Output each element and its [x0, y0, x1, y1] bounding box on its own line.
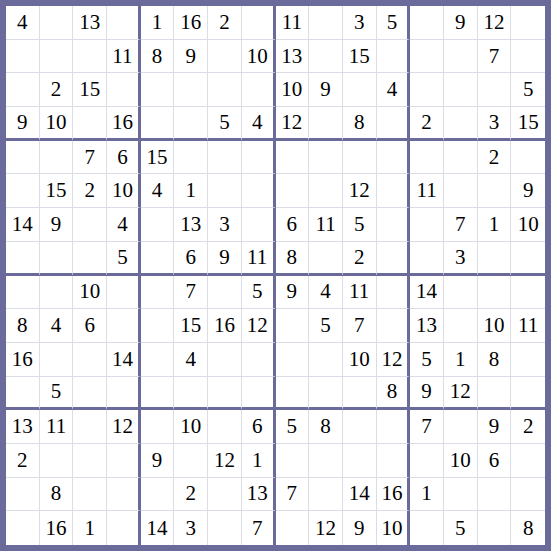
cell-r7c3-empty[interactable]	[73, 208, 107, 242]
cell-r11c16-empty[interactable]	[511, 343, 545, 377]
cell-r6c14-empty[interactable]	[444, 174, 478, 208]
cell-r4c1-given[interactable]: 9	[6, 107, 40, 141]
cell-r8c8-given[interactable]: 11	[242, 242, 276, 276]
cell-r4c12-empty[interactable]	[377, 107, 411, 141]
cell-r12c9-empty[interactable]	[276, 377, 310, 411]
cell-r3c4-empty[interactable]	[107, 73, 141, 107]
cell-r10c10-given[interactable]: 5	[309, 309, 343, 343]
cell-r15c2-given[interactable]: 8	[40, 478, 74, 512]
cell-r14c7-given[interactable]: 12	[208, 444, 242, 478]
cell-r8c4-given[interactable]: 5	[107, 242, 141, 276]
cell-r1c2-empty[interactable]	[40, 6, 74, 40]
cell-r11c14-given[interactable]: 1	[444, 343, 478, 377]
cell-r16c5-given[interactable]: 14	[141, 511, 175, 545]
cell-r13c10-given[interactable]: 8	[309, 410, 343, 444]
cell-r14c2-empty[interactable]	[40, 444, 74, 478]
cell-r11c13-given[interactable]: 5	[410, 343, 444, 377]
cell-r13c11-empty[interactable]	[343, 410, 377, 444]
cell-r9c7-empty[interactable]	[208, 276, 242, 310]
cell-r12c13-given[interactable]: 9	[410, 377, 444, 411]
cell-r15c9-given[interactable]: 7	[276, 478, 310, 512]
cell-r11c12-given[interactable]: 12	[377, 343, 411, 377]
cell-r13c13-given[interactable]: 7	[410, 410, 444, 444]
cell-r1c7-given[interactable]: 2	[208, 6, 242, 40]
cell-r4c15-given[interactable]: 3	[478, 107, 512, 141]
cell-r4c5-empty[interactable]	[141, 107, 175, 141]
cell-r12c14-given[interactable]: 12	[444, 377, 478, 411]
cell-r4c4-given[interactable]: 16	[107, 107, 141, 141]
cell-r13c12-empty[interactable]	[377, 410, 411, 444]
cell-r3c11-empty[interactable]	[343, 73, 377, 107]
cell-r7c12-empty[interactable]	[377, 208, 411, 242]
cell-r10c9-empty[interactable]	[276, 309, 310, 343]
cell-r2c1-empty[interactable]	[6, 40, 40, 74]
cell-r8c9-given[interactable]: 8	[276, 242, 310, 276]
cell-r15c15-empty[interactable]	[478, 478, 512, 512]
cell-r3c6-empty[interactable]	[174, 73, 208, 107]
cell-r3c15-empty[interactable]	[478, 73, 512, 107]
cell-r10c2-given[interactable]: 4	[40, 309, 74, 343]
cell-r8c2-empty[interactable]	[40, 242, 74, 276]
cell-r15c16-empty[interactable]	[511, 478, 545, 512]
cell-r3c5-empty[interactable]	[141, 73, 175, 107]
cell-r13c4-given[interactable]: 12	[107, 410, 141, 444]
cell-r16c14-given[interactable]: 5	[444, 511, 478, 545]
cell-r11c5-empty[interactable]	[141, 343, 175, 377]
cell-r15c12-given[interactable]: 16	[377, 478, 411, 512]
cell-r5c7-empty[interactable]	[208, 141, 242, 175]
cell-r7c13-empty[interactable]	[410, 208, 444, 242]
cell-r13c9-given[interactable]: 5	[276, 410, 310, 444]
cell-r4c16-given[interactable]: 15	[511, 107, 545, 141]
cell-r16c7-empty[interactable]	[208, 511, 242, 545]
cell-r10c6-given[interactable]: 15	[174, 309, 208, 343]
cell-r8c6-given[interactable]: 6	[174, 242, 208, 276]
cell-r1c1-given[interactable]: 4	[6, 6, 40, 40]
cell-r8c15-empty[interactable]	[478, 242, 512, 276]
cell-r10c13-given[interactable]: 13	[410, 309, 444, 343]
cell-r1c4-empty[interactable]	[107, 6, 141, 40]
cell-r16c6-given[interactable]: 3	[174, 511, 208, 545]
cell-r8c10-empty[interactable]	[309, 242, 343, 276]
cell-r7c1-given[interactable]: 14	[6, 208, 40, 242]
cell-r14c14-given[interactable]: 10	[444, 444, 478, 478]
cell-r2c11-given[interactable]: 15	[343, 40, 377, 74]
cell-r6c2-given[interactable]: 15	[40, 174, 74, 208]
cell-r16c1-empty[interactable]	[6, 511, 40, 545]
cell-r16c9-empty[interactable]	[276, 511, 310, 545]
cell-r13c15-given[interactable]: 9	[478, 410, 512, 444]
cell-r11c9-empty[interactable]	[276, 343, 310, 377]
cell-r8c5-empty[interactable]	[141, 242, 175, 276]
cell-r3c12-given[interactable]: 4	[377, 73, 411, 107]
cell-r5c1-empty[interactable]	[6, 141, 40, 175]
cell-r7c8-empty[interactable]	[242, 208, 276, 242]
cell-r5c8-empty[interactable]	[242, 141, 276, 175]
cell-r3c16-given[interactable]: 5	[511, 73, 545, 107]
cell-r2c4-given[interactable]: 11	[107, 40, 141, 74]
cell-r16c10-given[interactable]: 12	[309, 511, 343, 545]
cell-r16c16-given[interactable]: 8	[511, 511, 545, 545]
cell-r11c4-given[interactable]: 14	[107, 343, 141, 377]
cell-r14c6-empty[interactable]	[174, 444, 208, 478]
cell-r10c15-given[interactable]: 10	[478, 309, 512, 343]
cell-r10c7-given[interactable]: 16	[208, 309, 242, 343]
cell-r6c5-given[interactable]: 4	[141, 174, 175, 208]
cell-r4c8-given[interactable]: 4	[242, 107, 276, 141]
cell-r3c14-empty[interactable]	[444, 73, 478, 107]
cell-r2c15-given[interactable]: 7	[478, 40, 512, 74]
cell-r9c2-empty[interactable]	[40, 276, 74, 310]
cell-r12c15-empty[interactable]	[478, 377, 512, 411]
cell-r3c1-empty[interactable]	[6, 73, 40, 107]
cell-r7c7-given[interactable]: 3	[208, 208, 242, 242]
cell-r4c7-given[interactable]: 5	[208, 107, 242, 141]
cell-r2c6-given[interactable]: 9	[174, 40, 208, 74]
cell-r13c16-given[interactable]: 2	[511, 410, 545, 444]
cell-r12c6-empty[interactable]	[174, 377, 208, 411]
cell-r13c2-given[interactable]: 11	[40, 410, 74, 444]
cell-r8c12-empty[interactable]	[377, 242, 411, 276]
cell-r15c11-given[interactable]: 14	[343, 478, 377, 512]
cell-r10c11-given[interactable]: 7	[343, 309, 377, 343]
cell-r10c5-empty[interactable]	[141, 309, 175, 343]
cell-r15c1-empty[interactable]	[6, 478, 40, 512]
cell-r1c16-empty[interactable]	[511, 6, 545, 40]
cell-r11c1-given[interactable]: 16	[6, 343, 40, 377]
cell-r6c11-given[interactable]: 12	[343, 174, 377, 208]
cell-r9c6-given[interactable]: 7	[174, 276, 208, 310]
cell-r16c13-empty[interactable]	[410, 511, 444, 545]
cell-r9c15-empty[interactable]	[478, 276, 512, 310]
cell-r4c11-given[interactable]: 8	[343, 107, 377, 141]
cell-r14c1-given[interactable]: 2	[6, 444, 40, 478]
cell-r9c16-empty[interactable]	[511, 276, 545, 310]
cell-r5c5-given[interactable]: 15	[141, 141, 175, 175]
cell-r9c8-given[interactable]: 5	[242, 276, 276, 310]
cell-r8c7-given[interactable]: 9	[208, 242, 242, 276]
cell-r1c5-given[interactable]: 1	[141, 6, 175, 40]
cell-r11c3-empty[interactable]	[73, 343, 107, 377]
cell-r7c14-given[interactable]: 7	[444, 208, 478, 242]
cell-r12c3-empty[interactable]	[73, 377, 107, 411]
cell-r5c2-empty[interactable]	[40, 141, 74, 175]
cell-r14c10-empty[interactable]	[309, 444, 343, 478]
cell-r2c10-empty[interactable]	[309, 40, 343, 74]
cell-r7c2-given[interactable]: 9	[40, 208, 74, 242]
cell-r6c4-given[interactable]: 10	[107, 174, 141, 208]
cell-r5c6-empty[interactable]	[174, 141, 208, 175]
cell-r6c16-given[interactable]: 9	[511, 174, 545, 208]
cell-r15c3-empty[interactable]	[73, 478, 107, 512]
cell-r5c11-empty[interactable]	[343, 141, 377, 175]
cell-r2c16-empty[interactable]	[511, 40, 545, 74]
cell-r5c4-given[interactable]: 6	[107, 141, 141, 175]
cell-r5c10-empty[interactable]	[309, 141, 343, 175]
cell-r1c8-empty[interactable]	[242, 6, 276, 40]
cell-r3c13-empty[interactable]	[410, 73, 444, 107]
cell-r2c8-given[interactable]: 10	[242, 40, 276, 74]
cell-r14c11-empty[interactable]	[343, 444, 377, 478]
cell-r2c7-empty[interactable]	[208, 40, 242, 74]
cell-r9c14-empty[interactable]	[444, 276, 478, 310]
cell-r3c2-given[interactable]: 2	[40, 73, 74, 107]
cell-r9c11-given[interactable]: 11	[343, 276, 377, 310]
cell-r2c2-empty[interactable]	[40, 40, 74, 74]
cell-r4c3-empty[interactable]	[73, 107, 107, 141]
cell-r13c14-empty[interactable]	[444, 410, 478, 444]
cell-r5c14-empty[interactable]	[444, 141, 478, 175]
cell-r1c10-empty[interactable]	[309, 6, 343, 40]
cell-r4c13-given[interactable]: 2	[410, 107, 444, 141]
cell-r16c8-given[interactable]: 7	[242, 511, 276, 545]
cell-r9c9-given[interactable]: 9	[276, 276, 310, 310]
cell-r15c7-empty[interactable]	[208, 478, 242, 512]
cell-r7c10-given[interactable]: 11	[309, 208, 343, 242]
cell-r14c9-empty[interactable]	[276, 444, 310, 478]
cell-r6c13-given[interactable]: 11	[410, 174, 444, 208]
cell-r1c9-given[interactable]: 11	[276, 6, 310, 40]
cell-r7c16-given[interactable]: 10	[511, 208, 545, 242]
cell-r6c1-empty[interactable]	[6, 174, 40, 208]
cell-r9c3-given[interactable]: 10	[73, 276, 107, 310]
cell-r14c13-empty[interactable]	[410, 444, 444, 478]
cell-r12c4-empty[interactable]	[107, 377, 141, 411]
cell-r16c15-empty[interactable]	[478, 511, 512, 545]
cell-r8c14-given[interactable]: 3	[444, 242, 478, 276]
cell-r15c10-empty[interactable]	[309, 478, 343, 512]
cell-r5c3-given[interactable]: 7	[73, 141, 107, 175]
cell-r16c11-given[interactable]: 9	[343, 511, 377, 545]
cell-r12c10-empty[interactable]	[309, 377, 343, 411]
cell-r5c12-empty[interactable]	[377, 141, 411, 175]
cell-r9c12-empty[interactable]	[377, 276, 411, 310]
cell-r8c13-empty[interactable]	[410, 242, 444, 276]
cell-r7c4-given[interactable]: 4	[107, 208, 141, 242]
cell-r14c16-empty[interactable]	[511, 444, 545, 478]
cell-r16c2-given[interactable]: 16	[40, 511, 74, 545]
cell-r1c13-empty[interactable]	[410, 6, 444, 40]
cell-r7c6-given[interactable]: 13	[174, 208, 208, 242]
cell-r1c15-given[interactable]: 12	[478, 6, 512, 40]
cell-r2c9-given[interactable]: 13	[276, 40, 310, 74]
cell-r5c13-empty[interactable]	[410, 141, 444, 175]
cell-r11c2-empty[interactable]	[40, 343, 74, 377]
cell-r7c5-empty[interactable]	[141, 208, 175, 242]
cell-r13c8-given[interactable]: 6	[242, 410, 276, 444]
cell-r11c11-given[interactable]: 10	[343, 343, 377, 377]
cell-r13c6-given[interactable]: 10	[174, 410, 208, 444]
cell-r15c6-given[interactable]: 2	[174, 478, 208, 512]
cell-r9c4-empty[interactable]	[107, 276, 141, 310]
cell-r4c10-empty[interactable]	[309, 107, 343, 141]
cell-r6c7-empty[interactable]	[208, 174, 242, 208]
cell-r9c13-given[interactable]: 14	[410, 276, 444, 310]
cell-r14c3-empty[interactable]	[73, 444, 107, 478]
cell-r14c8-given[interactable]: 1	[242, 444, 276, 478]
cell-r15c4-empty[interactable]	[107, 478, 141, 512]
cell-r7c9-given[interactable]: 6	[276, 208, 310, 242]
cell-r5c15-given[interactable]: 2	[478, 141, 512, 175]
cell-r10c1-given[interactable]: 8	[6, 309, 40, 343]
cell-r9c10-given[interactable]: 4	[309, 276, 343, 310]
cell-r4c2-given[interactable]: 10	[40, 107, 74, 141]
cell-r12c16-empty[interactable]	[511, 377, 545, 411]
cell-r4c9-given[interactable]: 12	[276, 107, 310, 141]
cell-r11c7-empty[interactable]	[208, 343, 242, 377]
cell-r15c13-given[interactable]: 1	[410, 478, 444, 512]
cell-r12c11-empty[interactable]	[343, 377, 377, 411]
cell-r12c5-empty[interactable]	[141, 377, 175, 411]
cell-r1c6-given[interactable]: 16	[174, 6, 208, 40]
cell-r16c4-empty[interactable]	[107, 511, 141, 545]
cell-r13c7-empty[interactable]	[208, 410, 242, 444]
cell-r3c8-empty[interactable]	[242, 73, 276, 107]
cell-r11c8-empty[interactable]	[242, 343, 276, 377]
cell-r6c15-empty[interactable]	[478, 174, 512, 208]
cell-r9c1-empty[interactable]	[6, 276, 40, 310]
cell-r14c4-empty[interactable]	[107, 444, 141, 478]
cell-r6c8-empty[interactable]	[242, 174, 276, 208]
cell-r4c14-empty[interactable]	[444, 107, 478, 141]
cell-r1c11-given[interactable]: 3	[343, 6, 377, 40]
cell-r12c1-empty[interactable]	[6, 377, 40, 411]
cell-r2c13-empty[interactable]	[410, 40, 444, 74]
cell-r7c15-given[interactable]: 1	[478, 208, 512, 242]
cell-r8c1-empty[interactable]	[6, 242, 40, 276]
cell-r12c2-given[interactable]: 5	[40, 377, 74, 411]
cell-r8c16-empty[interactable]	[511, 242, 545, 276]
cell-r2c3-empty[interactable]	[73, 40, 107, 74]
cell-r8c3-empty[interactable]	[73, 242, 107, 276]
cell-r11c10-empty[interactable]	[309, 343, 343, 377]
cell-r6c6-given[interactable]: 1	[174, 174, 208, 208]
sudoku-board: 4131162113591211891013157215109459101654…	[0, 0, 551, 551]
cell-r10c14-empty[interactable]	[444, 309, 478, 343]
cell-r14c12-empty[interactable]	[377, 444, 411, 478]
cell-r4c6-empty[interactable]	[174, 107, 208, 141]
cell-r5c9-empty[interactable]	[276, 141, 310, 175]
cell-r16c12-given[interactable]: 10	[377, 511, 411, 545]
cell-r10c3-given[interactable]: 6	[73, 309, 107, 343]
cell-r7c11-given[interactable]: 5	[343, 208, 377, 242]
cell-r6c10-empty[interactable]	[309, 174, 343, 208]
cell-r14c5-given[interactable]: 9	[141, 444, 175, 478]
cell-r6c9-empty[interactable]	[276, 174, 310, 208]
cell-r1c14-given[interactable]: 9	[444, 6, 478, 40]
cell-r12c8-empty[interactable]	[242, 377, 276, 411]
cell-r2c5-given[interactable]: 8	[141, 40, 175, 74]
cell-r13c3-empty[interactable]	[73, 410, 107, 444]
cell-r10c16-given[interactable]: 11	[511, 309, 545, 343]
cell-r11c6-given[interactable]: 4	[174, 343, 208, 377]
cell-r16c3-given[interactable]: 1	[73, 511, 107, 545]
cell-r1c12-given[interactable]: 5	[377, 6, 411, 40]
cell-r3c3-given[interactable]: 15	[73, 73, 107, 107]
cell-r3c7-empty[interactable]	[208, 73, 242, 107]
cell-r14c15-given[interactable]: 6	[478, 444, 512, 478]
cell-r13c5-empty[interactable]	[141, 410, 175, 444]
cell-r6c12-empty[interactable]	[377, 174, 411, 208]
cell-r8c11-given[interactable]: 2	[343, 242, 377, 276]
cell-r3c9-given[interactable]: 10	[276, 73, 310, 107]
cell-r6c3-given[interactable]: 2	[73, 174, 107, 208]
cell-r10c12-empty[interactable]	[377, 309, 411, 343]
cell-r10c4-empty[interactable]	[107, 309, 141, 343]
cell-r3c10-given[interactable]: 9	[309, 73, 343, 107]
cell-r13c1-given[interactable]: 13	[6, 410, 40, 444]
cell-r2c14-empty[interactable]	[444, 40, 478, 74]
cell-r5c16-empty[interactable]	[511, 141, 545, 175]
cell-r9c5-empty[interactable]	[141, 276, 175, 310]
cell-r12c7-empty[interactable]	[208, 377, 242, 411]
cell-r2c12-empty[interactable]	[377, 40, 411, 74]
cell-r15c8-given[interactable]: 13	[242, 478, 276, 512]
cell-r1c3-given[interactable]: 13	[73, 6, 107, 40]
cell-r15c5-empty[interactable]	[141, 478, 175, 512]
cell-r12c12-given[interactable]: 8	[377, 377, 411, 411]
cell-r15c14-empty[interactable]	[444, 478, 478, 512]
cell-r10c8-given[interactable]: 12	[242, 309, 276, 343]
cell-r11c15-given[interactable]: 8	[478, 343, 512, 377]
